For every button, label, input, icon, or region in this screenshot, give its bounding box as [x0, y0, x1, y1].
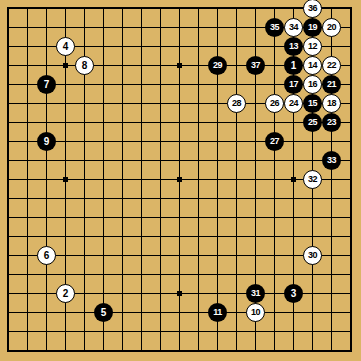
- go-stone-black-move-3[interactable]: 3: [284, 284, 303, 303]
- go-stone-black-move-23[interactable]: 23: [322, 113, 341, 132]
- go-stone-black-move-17[interactable]: 17: [284, 75, 303, 94]
- go-stone-black-move-9[interactable]: 9: [37, 132, 56, 151]
- go-stone-white-move-22[interactable]: 22: [322, 56, 341, 75]
- go-stone-white-move-10[interactable]: 10: [246, 303, 265, 322]
- go-board[interactable]: 1234567891011121314151617181920212223242…: [0, 0, 361, 361]
- go-stone-white-move-26[interactable]: 26: [265, 94, 284, 113]
- go-stone-black-move-25[interactable]: 25: [303, 113, 322, 132]
- go-stone-black-move-29[interactable]: 29: [208, 56, 227, 75]
- go-stone-black-move-15[interactable]: 15: [303, 94, 322, 113]
- go-stone-black-move-7[interactable]: 7: [37, 75, 56, 94]
- go-stone-white-move-34[interactable]: 34: [284, 18, 303, 37]
- star-point: [177, 291, 182, 296]
- go-stone-white-move-2[interactable]: 2: [56, 284, 75, 303]
- go-stone-white-move-28[interactable]: 28: [227, 94, 246, 113]
- go-stone-black-move-11[interactable]: 11: [208, 303, 227, 322]
- go-stone-black-move-5[interactable]: 5: [94, 303, 113, 322]
- go-stone-black-move-33[interactable]: 33: [322, 151, 341, 170]
- star-point: [63, 177, 68, 182]
- go-stone-black-move-21[interactable]: 21: [322, 75, 341, 94]
- go-stone-white-move-16[interactable]: 16: [303, 75, 322, 94]
- go-stone-black-move-19[interactable]: 19: [303, 18, 322, 37]
- go-stone-white-move-18[interactable]: 18: [322, 94, 341, 113]
- go-stone-white-move-8[interactable]: 8: [75, 56, 94, 75]
- star-point: [291, 177, 296, 182]
- go-stone-white-move-24[interactable]: 24: [284, 94, 303, 113]
- go-stone-white-move-30[interactable]: 30: [303, 246, 322, 265]
- go-stone-white-move-4[interactable]: 4: [56, 37, 75, 56]
- go-stone-white-move-36[interactable]: 36: [303, 0, 322, 18]
- go-stone-white-move-6[interactable]: 6: [37, 246, 56, 265]
- star-point: [177, 63, 182, 68]
- go-stone-white-move-20[interactable]: 20: [322, 18, 341, 37]
- go-stone-white-move-12[interactable]: 12: [303, 37, 322, 56]
- go-stone-black-move-37[interactable]: 37: [246, 56, 265, 75]
- go-stone-white-move-14[interactable]: 14: [303, 56, 322, 75]
- go-stone-black-move-13[interactable]: 13: [284, 37, 303, 56]
- go-stone-white-move-32[interactable]: 32: [303, 170, 322, 189]
- go-stone-black-move-1[interactable]: 1: [284, 56, 303, 75]
- go-stone-black-move-35[interactable]: 35: [265, 18, 284, 37]
- star-point: [177, 177, 182, 182]
- go-stone-black-move-27[interactable]: 27: [265, 132, 284, 151]
- go-stone-black-move-31[interactable]: 31: [246, 284, 265, 303]
- star-point: [63, 63, 68, 68]
